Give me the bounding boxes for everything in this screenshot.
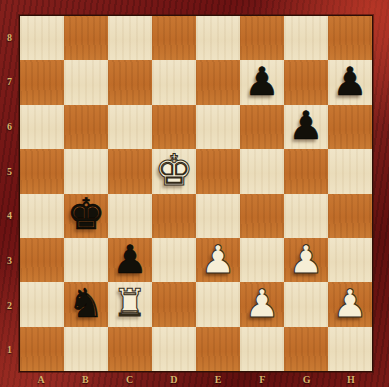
square-h2[interactable]: ♟ — [328, 282, 372, 326]
square-c4[interactable] — [108, 194, 152, 238]
piece-white-pawn-e3[interactable]: ♟ — [201, 240, 236, 279]
square-f5[interactable] — [240, 149, 284, 193]
piece-white-pawn-g3[interactable]: ♟ — [289, 240, 324, 279]
square-b1[interactable] — [64, 327, 108, 371]
piece-white-pawn-h2[interactable]: ♟ — [333, 284, 368, 323]
square-g1[interactable] — [284, 327, 328, 371]
piece-black-knight-b2[interactable]: ♞ — [68, 283, 104, 323]
square-h6[interactable] — [328, 105, 372, 149]
square-d6[interactable] — [152, 105, 196, 149]
rank-label-6: 6 — [0, 104, 19, 149]
chess-app: 87654321 ABCDEFGH ♟♟♟♚♚♟♟♟♞♜♟♟ — [0, 0, 389, 387]
square-f4[interactable] — [240, 194, 284, 238]
square-e5[interactable] — [196, 149, 240, 193]
file-labels: ABCDEFGH — [19, 372, 373, 387]
square-g8[interactable] — [284, 16, 328, 60]
square-h4[interactable] — [328, 194, 372, 238]
square-c3[interactable]: ♟ — [108, 238, 152, 282]
square-d5[interactable]: ♚ — [152, 149, 196, 193]
square-h5[interactable] — [328, 149, 372, 193]
square-f7[interactable]: ♟ — [240, 60, 284, 104]
rank-labels: 87654321 — [0, 15, 19, 372]
square-a5[interactable] — [20, 149, 64, 193]
square-h7[interactable]: ♟ — [328, 60, 372, 104]
piece-white-rook-c2[interactable]: ♜ — [113, 284, 147, 322]
piece-black-pawn-c3[interactable]: ♟ — [113, 240, 148, 279]
square-f6[interactable] — [240, 105, 284, 149]
square-c2[interactable]: ♜ — [108, 282, 152, 326]
square-h1[interactable] — [328, 327, 372, 371]
square-f3[interactable] — [240, 238, 284, 282]
file-label-b: B — [63, 372, 107, 387]
square-d3[interactable] — [152, 238, 196, 282]
square-b2[interactable]: ♞ — [64, 282, 108, 326]
square-c6[interactable] — [108, 105, 152, 149]
square-b5[interactable] — [64, 149, 108, 193]
file-label-e: E — [196, 372, 240, 387]
square-d7[interactable] — [152, 60, 196, 104]
square-f8[interactable] — [240, 16, 284, 60]
square-b4[interactable]: ♚ — [64, 194, 108, 238]
square-g5[interactable] — [284, 149, 328, 193]
rank-label-1: 1 — [0, 327, 19, 372]
square-a3[interactable] — [20, 238, 64, 282]
square-a2[interactable] — [20, 282, 64, 326]
square-g3[interactable]: ♟ — [284, 238, 328, 282]
chess-board: ♟♟♟♚♚♟♟♟♞♜♟♟ — [19, 15, 373, 372]
square-f2[interactable]: ♟ — [240, 282, 284, 326]
square-b3[interactable] — [64, 238, 108, 282]
square-f1[interactable] — [240, 327, 284, 371]
square-a6[interactable] — [20, 105, 64, 149]
square-a8[interactable] — [20, 16, 64, 60]
square-c5[interactable] — [108, 149, 152, 193]
square-e4[interactable] — [196, 194, 240, 238]
square-d4[interactable] — [152, 194, 196, 238]
square-g4[interactable] — [284, 194, 328, 238]
rank-label-4: 4 — [0, 194, 19, 239]
square-g6[interactable]: ♟ — [284, 105, 328, 149]
piece-black-pawn-h7[interactable]: ♟ — [333, 62, 368, 101]
file-label-f: F — [240, 372, 284, 387]
square-e8[interactable] — [196, 16, 240, 60]
piece-white-pawn-f2[interactable]: ♟ — [245, 284, 280, 323]
square-g7[interactable] — [284, 60, 328, 104]
file-label-d: D — [152, 372, 196, 387]
piece-white-king-d5[interactable]: ♚ — [155, 149, 194, 192]
square-g2[interactable] — [284, 282, 328, 326]
square-h3[interactable] — [328, 238, 372, 282]
file-label-a: A — [19, 372, 63, 387]
square-b7[interactable] — [64, 60, 108, 104]
file-label-h: H — [329, 372, 373, 387]
rank-label-8: 8 — [0, 15, 19, 60]
square-c7[interactable] — [108, 60, 152, 104]
square-c1[interactable] — [108, 327, 152, 371]
rank-label-5: 5 — [0, 149, 19, 194]
square-d1[interactable] — [152, 327, 196, 371]
square-a7[interactable] — [20, 60, 64, 104]
square-e2[interactable] — [196, 282, 240, 326]
square-h8[interactable] — [328, 16, 372, 60]
square-d8[interactable] — [152, 16, 196, 60]
file-label-g: G — [285, 372, 329, 387]
piece-black-king-b4[interactable]: ♚ — [67, 193, 106, 236]
square-a4[interactable] — [20, 194, 64, 238]
square-c8[interactable] — [108, 16, 152, 60]
square-e7[interactable] — [196, 60, 240, 104]
piece-black-pawn-g6[interactable]: ♟ — [289, 106, 324, 145]
piece-black-pawn-f7[interactable]: ♟ — [245, 62, 280, 101]
square-b6[interactable] — [64, 105, 108, 149]
square-e6[interactable] — [196, 105, 240, 149]
rank-label-7: 7 — [0, 60, 19, 105]
rank-label-3: 3 — [0, 238, 19, 283]
square-e1[interactable] — [196, 327, 240, 371]
square-a1[interactable] — [20, 327, 64, 371]
square-d2[interactable] — [152, 282, 196, 326]
square-b8[interactable] — [64, 16, 108, 60]
rank-label-2: 2 — [0, 283, 19, 328]
file-label-c: C — [108, 372, 152, 387]
square-e3[interactable]: ♟ — [196, 238, 240, 282]
